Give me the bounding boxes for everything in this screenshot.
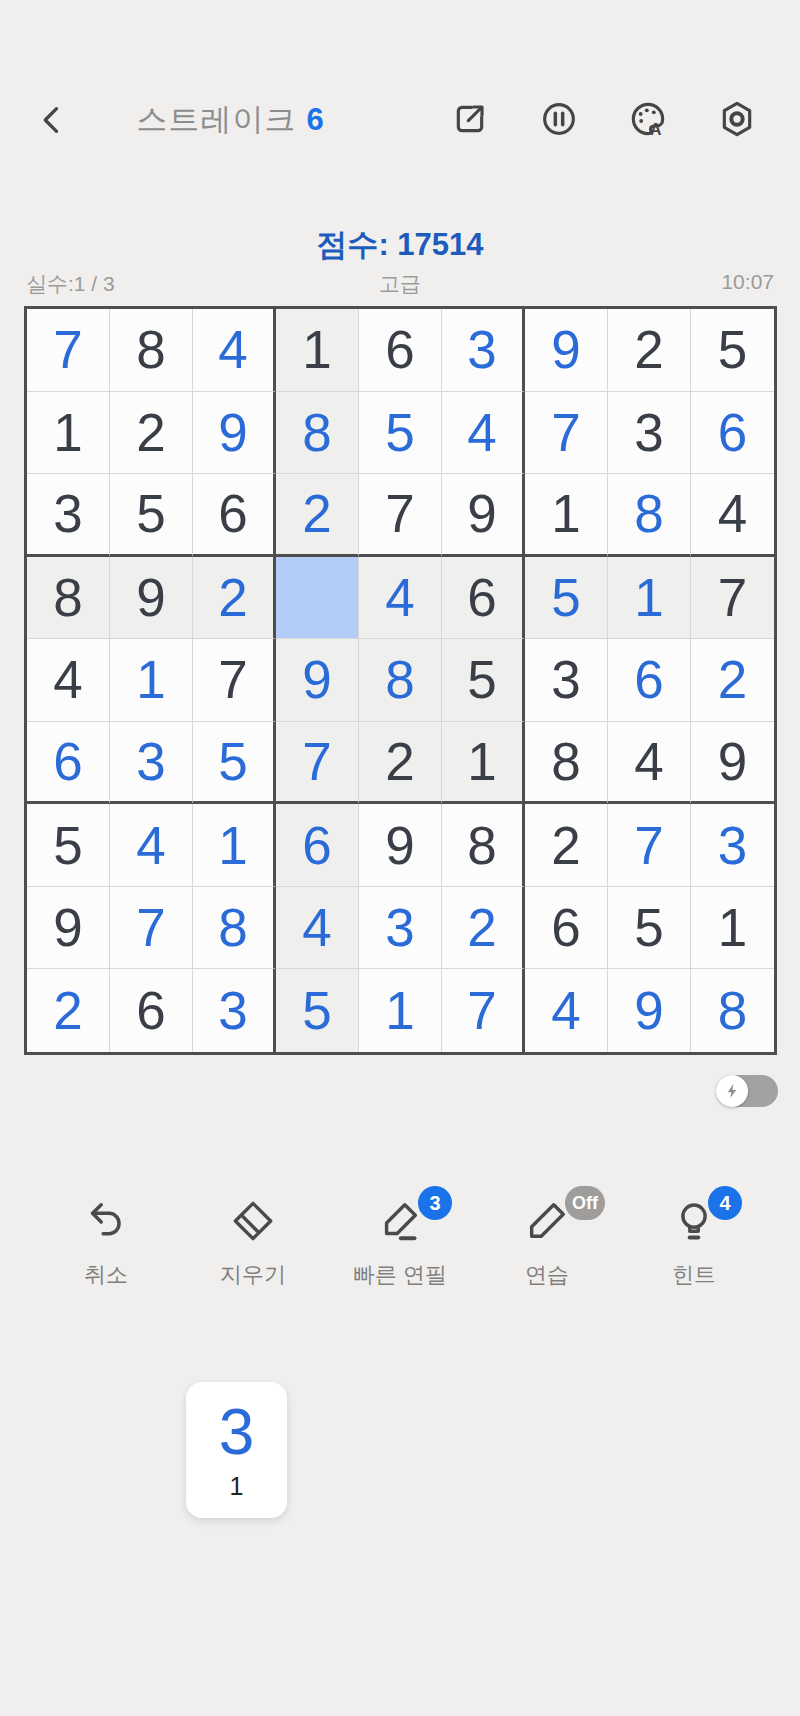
sudoku-cell-r1c6[interactable]: 3 xyxy=(442,309,525,392)
given-digit: 9 xyxy=(385,819,414,872)
given-digit: 7 xyxy=(718,571,747,624)
sudoku-cell-r7c6[interactable]: 8 xyxy=(442,804,525,887)
smart-hints-toggle[interactable] xyxy=(716,1075,778,1107)
given-digit: 3 xyxy=(53,487,82,540)
user-digit: 5 xyxy=(302,984,331,1037)
user-digit: 3 xyxy=(136,735,165,788)
given-digit: 1 xyxy=(718,901,747,954)
pause-button[interactable] xyxy=(536,96,582,142)
sudoku-cell-r9c7[interactable]: 4 xyxy=(525,969,608,1052)
given-digit: 1 xyxy=(53,406,82,459)
given-digit: 7 xyxy=(218,653,247,706)
user-digit: 4 xyxy=(385,571,414,624)
share-icon xyxy=(450,99,490,139)
given-digit: 3 xyxy=(634,406,663,459)
lightning-icon xyxy=(722,1081,742,1101)
sudoku-cell-r6c9[interactable]: 9 xyxy=(691,722,774,805)
sudoku-cell-r2c6[interactable]: 4 xyxy=(442,392,525,475)
user-digit: 7 xyxy=(551,406,580,459)
sudoku-cell-r2c9[interactable]: 6 xyxy=(691,392,774,475)
sudoku-cell-r6c5[interactable]: 2 xyxy=(359,722,442,805)
sudoku-cell-r4c9[interactable]: 7 xyxy=(691,557,774,640)
given-digit: 1 xyxy=(551,487,580,540)
sudoku-cell-r7c8[interactable]: 7 xyxy=(608,804,691,887)
given-digit: 6 xyxy=(551,901,580,954)
sudoku-cell-r5c8[interactable]: 6 xyxy=(608,639,691,722)
sudoku-cell-r1c7[interactable]: 9 xyxy=(525,309,608,392)
sudoku-cell-r9c2[interactable]: 6 xyxy=(110,969,193,1052)
user-digit: 9 xyxy=(551,323,580,376)
user-digit: 8 xyxy=(385,653,414,706)
user-digit: 7 xyxy=(467,984,496,1037)
given-digit: 5 xyxy=(634,901,663,954)
user-digit: 3 xyxy=(385,901,414,954)
number-pad-card-3[interactable]: 3 1 xyxy=(186,1382,287,1518)
sudoku-cell-r1c4[interactable]: 1 xyxy=(276,309,359,392)
sudoku-cell-r7c5[interactable]: 9 xyxy=(359,804,442,887)
sudoku-cell-r5c7[interactable]: 3 xyxy=(525,639,608,722)
user-digit: 8 xyxy=(718,984,747,1037)
eraser-button[interactable]: 지우기 xyxy=(187,1198,319,1290)
hint-badge: 4 xyxy=(708,1186,742,1220)
settings-button[interactable] xyxy=(714,96,760,142)
user-digit: 9 xyxy=(634,984,663,1037)
sudoku-cell-r1c2[interactable]: 8 xyxy=(110,309,193,392)
sudoku-cell-r3c3[interactable]: 6 xyxy=(193,474,276,557)
given-digit: 5 xyxy=(718,323,747,376)
given-digit: 4 xyxy=(634,735,663,788)
chevron-left-icon xyxy=(36,103,70,137)
hint-label: 힌트 xyxy=(672,1260,716,1290)
given-digit: 6 xyxy=(218,487,247,540)
sudoku-cell-r5c1[interactable]: 4 xyxy=(27,639,110,722)
user-digit: 4 xyxy=(218,323,247,376)
user-digit: 2 xyxy=(53,984,82,1037)
sudoku-cell-r6c6[interactable]: 1 xyxy=(442,722,525,805)
sudoku-cell-r6c4[interactable]: 7 xyxy=(276,722,359,805)
user-digit: 9 xyxy=(302,653,331,706)
sudoku-cell-r8c4[interactable]: 4 xyxy=(276,887,359,970)
user-digit: 2 xyxy=(467,901,496,954)
sudoku-cell-r7c1[interactable]: 5 xyxy=(27,804,110,887)
sudoku-cell-r3c7[interactable]: 1 xyxy=(525,474,608,557)
given-digit: 8 xyxy=(551,735,580,788)
sudoku-cell-r9c5[interactable]: 1 xyxy=(359,969,442,1052)
sudoku-cell-r3c4[interactable]: 2 xyxy=(276,474,359,557)
user-digit: 7 xyxy=(302,735,331,788)
practice-badge: Off xyxy=(565,1186,605,1220)
settings-icon xyxy=(717,99,757,139)
status-row: 실수:1 / 3 고급 10:07 xyxy=(0,270,800,298)
sudoku-cell-r1c8[interactable]: 2 xyxy=(608,309,691,392)
sudoku-cell-r7c3[interactable]: 1 xyxy=(193,804,276,887)
sudoku-cell-r8c8[interactable]: 5 xyxy=(608,887,691,970)
user-digit: 3 xyxy=(467,323,496,376)
sudoku-cell-r8c9[interactable]: 1 xyxy=(691,887,774,970)
user-digit: 6 xyxy=(53,735,82,788)
sudoku-cell-r5c9[interactable]: 2 xyxy=(691,639,774,722)
given-digit: 8 xyxy=(467,819,496,872)
eraser-label: 지우기 xyxy=(220,1260,286,1290)
quick-pencil-icon xyxy=(377,1198,423,1244)
given-digit: 1 xyxy=(302,323,331,376)
sudoku-cell-r9c6[interactable]: 7 xyxy=(442,969,525,1052)
given-digit: 6 xyxy=(385,323,414,376)
user-digit: 2 xyxy=(218,571,247,624)
sudoku-cell-r2c8[interactable]: 3 xyxy=(608,392,691,475)
sudoku-cell-r2c1[interactable]: 1 xyxy=(27,392,110,475)
given-digit: 9 xyxy=(467,487,496,540)
given-digit: 5 xyxy=(53,819,82,872)
user-digit: 7 xyxy=(634,819,663,872)
user-digit: 1 xyxy=(218,819,247,872)
theme-palette-icon: A xyxy=(628,99,668,139)
sudoku-cell-r6c3[interactable]: 5 xyxy=(193,722,276,805)
header-actions: A xyxy=(447,96,760,142)
user-digit: 2 xyxy=(302,487,331,540)
score-display: 점수: 17514 xyxy=(0,224,800,266)
share-button[interactable] xyxy=(447,96,493,142)
user-digit: 4 xyxy=(467,406,496,459)
sudoku-cell-r6c2[interactable]: 3 xyxy=(110,722,193,805)
given-digit: 2 xyxy=(551,819,580,872)
score-label: 점수: xyxy=(316,227,388,262)
sudoku-cell-r8c6[interactable]: 2 xyxy=(442,887,525,970)
sudoku-cell-r4c4[interactable] xyxy=(276,557,359,640)
sudoku-cell-r8c3[interactable]: 8 xyxy=(193,887,276,970)
sudoku-cell-r5c4[interactable]: 9 xyxy=(276,639,359,722)
sudoku-cell-r3c8[interactable]: 8 xyxy=(608,474,691,557)
sudoku-cell-r8c5[interactable]: 3 xyxy=(359,887,442,970)
sudoku-cell-r4c7[interactable]: 5 xyxy=(525,557,608,640)
user-digit: 5 xyxy=(218,735,247,788)
sudoku-board: 7841639251298547363562791848924651741798… xyxy=(24,306,777,1055)
user-digit: 1 xyxy=(136,653,165,706)
user-digit: 9 xyxy=(218,406,247,459)
sudoku-cell-r9c3[interactable]: 3 xyxy=(193,969,276,1052)
user-digit: 4 xyxy=(136,819,165,872)
user-digit: 3 xyxy=(718,819,747,872)
hint-button[interactable]: 4 힌트 xyxy=(628,1198,760,1290)
given-digit: 6 xyxy=(136,984,165,1037)
sudoku-cell-r2c5[interactable]: 5 xyxy=(359,392,442,475)
user-digit: 1 xyxy=(385,984,414,1037)
sudoku-cell-r4c1[interactable]: 8 xyxy=(27,557,110,640)
quick-pencil-badge: 3 xyxy=(418,1186,452,1220)
given-digit: 8 xyxy=(53,571,82,624)
sudoku-cell-r3c6[interactable]: 9 xyxy=(442,474,525,557)
sudoku-cell-r7c4[interactable]: 6 xyxy=(276,804,359,887)
given-digit: 8 xyxy=(136,323,165,376)
difficulty-label: 고급 xyxy=(0,270,800,298)
sudoku-cell-r3c5[interactable]: 7 xyxy=(359,474,442,557)
given-digit: 7 xyxy=(385,487,414,540)
sudoku-cell-r3c9[interactable]: 4 xyxy=(691,474,774,557)
sudoku-cell-r3c2[interactable]: 5 xyxy=(110,474,193,557)
user-digit: 6 xyxy=(302,819,331,872)
sudoku-cell-r6c7[interactable]: 8 xyxy=(525,722,608,805)
sudoku-cell-r6c1[interactable]: 6 xyxy=(27,722,110,805)
sudoku-cell-r4c5[interactable]: 4 xyxy=(359,557,442,640)
given-digit: 3 xyxy=(551,653,580,706)
practice-pencil-icon xyxy=(524,1198,570,1244)
toggle-knob xyxy=(716,1075,748,1107)
given-digit: 5 xyxy=(136,487,165,540)
svg-text:A: A xyxy=(650,121,662,138)
sudoku-cell-r9c9[interactable]: 8 xyxy=(691,969,774,1052)
user-digit: 4 xyxy=(551,984,580,1037)
toolbar: 취소 지우기 3 빠른 연필 Off 연습 4 힌트 xyxy=(40,1198,760,1290)
undo-button[interactable]: 취소 xyxy=(40,1198,172,1290)
streak-count: 6 xyxy=(306,102,323,138)
user-digit: 1 xyxy=(634,571,663,624)
sudoku-cell-r2c3[interactable]: 9 xyxy=(193,392,276,475)
theme-button[interactable]: A xyxy=(625,96,671,142)
user-digit: 7 xyxy=(53,323,82,376)
sudoku-cell-r8c2[interactable]: 7 xyxy=(110,887,193,970)
sudoku-cell-r4c2[interactable]: 9 xyxy=(110,557,193,640)
sudoku-cell-r9c8[interactable]: 9 xyxy=(608,969,691,1052)
given-digit: 2 xyxy=(634,323,663,376)
sudoku-cell-r8c1[interactable]: 9 xyxy=(27,887,110,970)
sudoku-cell-r5c6[interactable]: 5 xyxy=(442,639,525,722)
practice-label: 연습 xyxy=(525,1260,569,1290)
given-digit: 9 xyxy=(136,571,165,624)
user-digit: 8 xyxy=(218,901,247,954)
eraser-icon xyxy=(230,1198,276,1244)
given-digit: 4 xyxy=(718,487,747,540)
sudoku-cell-r9c1[interactable]: 2 xyxy=(27,969,110,1052)
given-digit: 5 xyxy=(467,653,496,706)
score-value: 17514 xyxy=(397,227,483,262)
user-digit: 6 xyxy=(718,406,747,459)
given-digit: 9 xyxy=(718,735,747,788)
given-digit: 2 xyxy=(385,735,414,788)
title-text: 스트레이크 xyxy=(136,99,296,141)
user-digit: 7 xyxy=(136,901,165,954)
sudoku-cell-r5c2[interactable]: 1 xyxy=(110,639,193,722)
undo-icon xyxy=(83,1198,129,1244)
sudoku-cell-r7c2[interactable]: 4 xyxy=(110,804,193,887)
number-pad-remaining-count: 1 xyxy=(230,1472,244,1501)
pause-icon xyxy=(539,99,579,139)
sudoku-cell-r1c3[interactable]: 4 xyxy=(193,309,276,392)
page-title: 스트레이크 6 xyxy=(90,96,370,144)
sudoku-cell-r4c8[interactable]: 1 xyxy=(608,557,691,640)
back-button[interactable] xyxy=(30,97,76,143)
sudoku-cell-r4c3[interactable]: 2 xyxy=(193,557,276,640)
user-digit: 2 xyxy=(718,653,747,706)
quick-pencil-label: 빠른 연필 xyxy=(353,1260,447,1290)
sudoku-cell-r4c6[interactable]: 6 xyxy=(442,557,525,640)
user-digit: 6 xyxy=(634,653,663,706)
user-digit: 5 xyxy=(385,406,414,459)
sudoku-cell-r5c3[interactable]: 7 xyxy=(193,639,276,722)
sudoku-cell-r5c5[interactable]: 8 xyxy=(359,639,442,722)
user-digit: 5 xyxy=(551,571,580,624)
sudoku-cell-r3c1[interactable]: 3 xyxy=(27,474,110,557)
undo-label: 취소 xyxy=(84,1260,128,1290)
user-digit: 8 xyxy=(634,487,663,540)
sudoku-cell-r2c7[interactable]: 7 xyxy=(525,392,608,475)
user-digit: 4 xyxy=(302,901,331,954)
sudoku-cell-r9c4[interactable]: 5 xyxy=(276,969,359,1052)
sudoku-cell-r7c9[interactable]: 3 xyxy=(691,804,774,887)
given-digit: 4 xyxy=(53,653,82,706)
sudoku-cell-r1c5[interactable]: 6 xyxy=(359,309,442,392)
given-digit: 1 xyxy=(467,735,496,788)
sudoku-cell-r8c7[interactable]: 6 xyxy=(525,887,608,970)
sudoku-cell-r2c4[interactable]: 8 xyxy=(276,392,359,475)
sudoku-cell-r6c8[interactable]: 4 xyxy=(608,722,691,805)
sudoku-cell-r1c1[interactable]: 7 xyxy=(27,309,110,392)
given-digit: 6 xyxy=(467,571,496,624)
given-digit: 2 xyxy=(136,406,165,459)
given-digit: 9 xyxy=(53,901,82,954)
quick-pencil-button[interactable]: 3 빠른 연필 xyxy=(334,1198,466,1290)
practice-button[interactable]: Off 연습 xyxy=(481,1198,613,1290)
number-pad-digit: 3 xyxy=(219,1400,255,1464)
user-digit: 3 xyxy=(218,984,247,1037)
user-digit: 8 xyxy=(302,406,331,459)
sudoku-cell-r7c7[interactable]: 2 xyxy=(525,804,608,887)
sudoku-cell-r2c2[interactable]: 2 xyxy=(110,392,193,475)
sudoku-cell-r1c9[interactable]: 5 xyxy=(691,309,774,392)
